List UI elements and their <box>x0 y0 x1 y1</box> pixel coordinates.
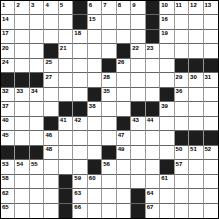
cell-r6c11[interactable] <box>146 73 160 87</box>
cell-r11c15[interactable]: 52 <box>204 146 218 160</box>
clue-number: 33 <box>16 88 23 94</box>
cell-r7c4[interactable] <box>44 88 58 102</box>
cell-r11c13[interactable]: 50 <box>175 146 189 160</box>
black-cell-r10c13 <box>175 131 189 145</box>
cell-r9c3[interactable] <box>30 117 44 131</box>
cell-r15c12[interactable] <box>160 204 174 218</box>
cell-r7c9[interactable] <box>117 88 131 102</box>
clue-number: 13 <box>205 2 212 8</box>
cell-r15c11[interactable]: 67 <box>146 204 160 218</box>
cell-r14c2[interactable] <box>15 189 29 203</box>
cell-r3c12[interactable]: 19 <box>160 30 174 44</box>
cell-r10c6[interactable] <box>73 131 87 145</box>
cell-r10c7[interactable] <box>88 131 102 145</box>
cell-r3c14[interactable] <box>189 30 203 44</box>
black-cell-r11c1 <box>1 146 15 160</box>
cell-r2c10[interactable] <box>131 15 145 29</box>
cell-r10c1[interactable]: 45 <box>1 131 15 145</box>
clue-number: 6 <box>89 2 92 8</box>
cell-r1c7[interactable]: 6 <box>88 1 102 15</box>
cell-r6c8[interactable]: 28 <box>102 73 116 87</box>
cell-r15c15[interactable] <box>204 204 218 218</box>
clue-number: 44 <box>147 117 154 123</box>
clue-number: 28 <box>103 74 110 80</box>
cell-r6c5[interactable] <box>59 73 73 87</box>
cell-r4c11[interactable]: 23 <box>146 44 160 58</box>
clue-number: 3 <box>31 2 34 8</box>
cell-r11c4[interactable]: 48 <box>44 146 58 160</box>
cell-r8c1[interactable]: 37 <box>1 102 15 116</box>
clue-number: 37 <box>2 103 9 109</box>
cell-r5c10[interactable] <box>131 59 145 73</box>
cell-r5c11[interactable] <box>146 59 160 73</box>
cell-r13c1[interactable]: 58 <box>1 175 15 189</box>
cell-r3c13[interactable] <box>175 30 189 44</box>
clue-number: 10 <box>161 2 168 8</box>
cell-r6c6[interactable] <box>73 73 87 87</box>
black-cell-r6c3 <box>30 73 44 87</box>
clue-number: 12 <box>190 2 197 8</box>
clue-number: 65 <box>2 204 9 210</box>
cell-r4c6[interactable] <box>73 44 87 58</box>
black-cell-r5c14 <box>189 59 203 73</box>
cell-r15c6[interactable]: 66 <box>73 204 87 218</box>
clue-number: 53 <box>2 161 9 167</box>
clue-number: 20 <box>2 45 9 51</box>
cell-r11c14[interactable]: 51 <box>189 146 203 160</box>
clue-number: 4 <box>45 2 48 8</box>
clue-number: 57 <box>176 161 183 167</box>
black-cell-r1c11 <box>146 1 160 15</box>
cell-r13c4[interactable] <box>44 175 58 189</box>
cell-r11c7[interactable] <box>88 146 102 160</box>
cell-r10c2[interactable] <box>15 131 29 145</box>
cell-r1c2[interactable]: 2 <box>15 1 29 15</box>
cell-r11c5[interactable] <box>59 146 73 160</box>
cell-r14c11[interactable]: 64 <box>146 189 160 203</box>
cell-r13c3[interactable] <box>30 175 44 189</box>
cell-r14c6[interactable]: 63 <box>73 189 87 203</box>
cell-r1c1[interactable]: 1 <box>1 1 15 15</box>
cell-r7c11[interactable] <box>146 88 160 102</box>
cell-r8c3[interactable] <box>30 102 44 116</box>
cell-r8c9[interactable] <box>117 102 131 116</box>
cell-r1c13[interactable]: 11 <box>175 1 189 15</box>
cell-r3c10[interactable] <box>131 30 145 44</box>
clue-number: 30 <box>190 74 197 80</box>
clue-number: 38 <box>89 103 96 109</box>
black-cell-r10c15 <box>204 131 218 145</box>
clue-number: 29 <box>176 74 183 80</box>
cell-r6c9[interactable] <box>117 73 131 87</box>
cell-r1c4[interactable]: 4 <box>44 1 58 15</box>
cell-r4c8[interactable] <box>102 44 116 58</box>
clue-number: 49 <box>118 146 125 152</box>
cell-r4c5[interactable]: 21 <box>59 44 73 58</box>
black-cell-r11c8 <box>102 146 116 160</box>
cell-r9c6[interactable]: 42 <box>73 117 87 131</box>
clue-number: 41 <box>60 117 67 123</box>
clue-number: 47 <box>118 132 125 138</box>
cell-r14c14[interactable] <box>189 189 203 203</box>
black-cell-r6c1 <box>1 73 15 87</box>
black-cell-r8c5 <box>59 102 73 116</box>
cell-r3c3[interactable] <box>30 30 44 44</box>
black-cell-r8c10 <box>131 102 145 116</box>
cell-r12c4[interactable] <box>44 160 58 174</box>
clue-number: 52 <box>205 146 212 152</box>
cell-r2c15[interactable] <box>204 15 218 29</box>
clue-number: 64 <box>147 190 154 196</box>
cell-r12c14[interactable] <box>189 160 203 174</box>
cell-r2c4[interactable] <box>44 15 58 29</box>
black-cell-r8c11 <box>146 102 160 116</box>
cell-r6c7[interactable] <box>88 73 102 87</box>
cell-r5c5[interactable] <box>59 59 73 73</box>
cell-r3c5[interactable] <box>59 30 73 44</box>
clue-number: 19 <box>161 30 168 36</box>
crossword-grid: 1234567891011121314151617181920212223242… <box>0 0 219 219</box>
cell-r14c8[interactable] <box>102 189 116 203</box>
cell-r2c1[interactable]: 14 <box>1 15 15 29</box>
cell-r3c2[interactable] <box>15 30 29 44</box>
cell-r5c4[interactable]: 25 <box>44 59 58 73</box>
black-cell-r5c8 <box>102 59 116 73</box>
black-cell-r12c7 <box>88 160 102 174</box>
black-cell-r6c2 <box>15 73 29 87</box>
black-cell-r13c5 <box>59 175 73 189</box>
black-cell-r5c15 <box>204 59 218 73</box>
clue-number: 50 <box>176 146 183 152</box>
cell-r7c14[interactable] <box>189 88 203 102</box>
cell-r2c7[interactable]: 15 <box>88 15 102 29</box>
clue-number: 21 <box>60 45 67 51</box>
cell-r3c6[interactable]: 18 <box>73 30 87 44</box>
cell-r2c14[interactable] <box>189 15 203 29</box>
cell-r6c10[interactable] <box>131 73 145 87</box>
cell-r11c12[interactable] <box>160 146 174 160</box>
cell-r8c4[interactable] <box>44 102 58 116</box>
cell-r8c13[interactable] <box>175 102 189 116</box>
black-cell-r3c11 <box>146 30 160 44</box>
black-cell-r14c5 <box>59 189 73 203</box>
cell-r4c15[interactable] <box>204 44 218 58</box>
cell-r10c12[interactable] <box>160 131 174 145</box>
cell-r10c3[interactable] <box>30 131 44 145</box>
black-cell-r4c9 <box>117 44 131 58</box>
cell-r5c7[interactable] <box>88 59 102 73</box>
cell-r14c13[interactable] <box>175 189 189 203</box>
cell-r10c5[interactable] <box>59 131 73 145</box>
cell-r1c14[interactable]: 12 <box>189 1 203 15</box>
cell-r2c3[interactable] <box>30 15 44 29</box>
cell-r10c9[interactable]: 47 <box>117 131 131 145</box>
cell-r13c15[interactable] <box>204 175 218 189</box>
black-cell-r2c6 <box>73 15 87 29</box>
black-cell-r9c9 <box>117 117 131 131</box>
cell-r1c5[interactable]: 5 <box>59 1 73 15</box>
cell-r9c1[interactable]: 40 <box>1 117 15 131</box>
cell-r3c8[interactable] <box>102 30 116 44</box>
cell-r7c5[interactable] <box>59 88 73 102</box>
clue-number: 67 <box>147 204 154 210</box>
cell-r5c2[interactable] <box>15 59 29 73</box>
cell-r9c12[interactable] <box>160 117 174 131</box>
cell-r14c15[interactable] <box>204 189 218 203</box>
cell-r15c4[interactable] <box>44 204 58 218</box>
cell-r12c3[interactable]: 55 <box>30 160 44 174</box>
black-cell-r15c5 <box>59 204 73 218</box>
cell-r9c15[interactable] <box>204 117 218 131</box>
clue-number: 35 <box>103 88 110 94</box>
cell-r1c9[interactable]: 8 <box>117 1 131 15</box>
cell-r13c8[interactable] <box>102 175 116 189</box>
cell-r2c2[interactable] <box>15 15 29 29</box>
cell-r4c2[interactable] <box>15 44 29 58</box>
cell-r1c8[interactable]: 7 <box>102 1 116 15</box>
cell-r1c3[interactable]: 3 <box>30 1 44 15</box>
cell-r11c6[interactable] <box>73 146 87 160</box>
black-cell-r2c11 <box>146 15 160 29</box>
black-cell-r8c6 <box>73 102 87 116</box>
cell-r12c10[interactable] <box>131 160 145 174</box>
cell-r15c9[interactable] <box>117 204 131 218</box>
cell-r7c10[interactable] <box>131 88 145 102</box>
cell-r8c2[interactable] <box>15 102 29 116</box>
cell-r4c12[interactable] <box>160 44 174 58</box>
cell-r13c14[interactable] <box>189 175 203 189</box>
black-cell-r7c12 <box>160 88 174 102</box>
clue-number: 60 <box>89 175 96 181</box>
cell-r2c13[interactable] <box>175 15 189 29</box>
clue-number: 31 <box>205 74 212 80</box>
cell-r9c2[interactable] <box>15 117 29 131</box>
clue-number: 9 <box>132 2 135 8</box>
cell-r5c6[interactable] <box>73 59 87 73</box>
cell-r7c6[interactable] <box>73 88 87 102</box>
cell-r10c10[interactable] <box>131 131 145 145</box>
black-cell-r5c13 <box>175 59 189 73</box>
black-cell-r11c3 <box>30 146 44 160</box>
cell-r13c6[interactable]: 59 <box>73 175 87 189</box>
black-cell-r7c7 <box>88 88 102 102</box>
cell-r9c10[interactable]: 43 <box>131 117 145 131</box>
clue-number: 1 <box>2 2 5 8</box>
black-cell-r4c4 <box>44 44 58 58</box>
cell-r11c11[interactable] <box>146 146 160 160</box>
cell-r2c8[interactable] <box>102 15 116 29</box>
cell-r5c1[interactable]: 24 <box>1 59 15 73</box>
clue-number: 66 <box>74 204 81 210</box>
cell-r11c9[interactable]: 49 <box>117 146 131 160</box>
cell-r4c7[interactable] <box>88 44 102 58</box>
cell-r11c10[interactable] <box>131 146 145 160</box>
clue-number: 42 <box>74 117 81 123</box>
cell-r13c9[interactable] <box>117 175 131 189</box>
clue-number: 7 <box>103 2 106 8</box>
cell-r10c11[interactable] <box>146 131 160 145</box>
clue-number: 40 <box>2 117 9 123</box>
cell-r4c1[interactable]: 20 <box>1 44 15 58</box>
cell-r3c4[interactable] <box>44 30 58 44</box>
clue-number: 16 <box>161 16 168 22</box>
black-cell-r10c14 <box>189 131 203 145</box>
cell-r13c10[interactable] <box>131 175 145 189</box>
clue-number: 55 <box>31 161 38 167</box>
cell-r13c12[interactable]: 61 <box>160 175 174 189</box>
cell-r6c13[interactable]: 29 <box>175 73 189 87</box>
clue-number: 59 <box>74 175 81 181</box>
cell-r7c3[interactable]: 34 <box>30 88 44 102</box>
cell-r8c12[interactable]: 39 <box>160 102 174 116</box>
cell-r8c15[interactable] <box>204 102 218 116</box>
cell-r7c13[interactable]: 36 <box>175 88 189 102</box>
clue-number: 48 <box>45 146 52 152</box>
cell-r14c1[interactable]: 62 <box>1 189 15 203</box>
black-cell-r14c10 <box>131 189 145 203</box>
cell-r12c9[interactable] <box>117 160 131 174</box>
clue-number: 26 <box>118 59 125 65</box>
clue-number: 61 <box>161 175 168 181</box>
cell-r3c7[interactable] <box>88 30 102 44</box>
cell-r1c10[interactable]: 9 <box>131 1 145 15</box>
cell-r12c8[interactable]: 56 <box>102 160 116 174</box>
clue-number: 17 <box>2 30 9 36</box>
clue-number: 23 <box>147 45 154 51</box>
clue-number: 27 <box>45 74 52 80</box>
cell-r9c8[interactable] <box>102 117 116 131</box>
cell-r4c14[interactable] <box>189 44 203 58</box>
clue-number: 56 <box>103 161 110 167</box>
cell-r9c14[interactable] <box>189 117 203 131</box>
cell-r15c2[interactable] <box>15 204 29 218</box>
cell-r13c2[interactable] <box>15 175 29 189</box>
cell-r8c8[interactable] <box>102 102 116 116</box>
cell-r8c14[interactable] <box>189 102 203 116</box>
cell-r13c13[interactable] <box>175 175 189 189</box>
cell-r15c13[interactable] <box>175 204 189 218</box>
cell-r7c1[interactable]: 32 <box>1 88 15 102</box>
clue-number: 11 <box>176 2 182 8</box>
cell-r12c13[interactable]: 57 <box>175 160 189 174</box>
cell-r2c9[interactable] <box>117 15 131 29</box>
cell-r12c6[interactable] <box>73 160 87 174</box>
cell-r5c3[interactable] <box>30 59 44 73</box>
cell-r14c7[interactable] <box>88 189 102 203</box>
cell-r4c13[interactable] <box>175 44 189 58</box>
cell-r13c7[interactable]: 60 <box>88 175 102 189</box>
black-cell-r15c10 <box>131 204 145 218</box>
cell-r12c5[interactable] <box>59 160 73 174</box>
clue-number: 43 <box>132 117 139 123</box>
clue-number: 36 <box>176 88 183 94</box>
clue-number: 51 <box>190 146 197 152</box>
cell-r5c9[interactable]: 26 <box>117 59 131 73</box>
cell-r1c12[interactable]: 10 <box>160 1 174 15</box>
clue-number: 62 <box>2 190 9 196</box>
clue-number: 25 <box>45 59 52 65</box>
cell-r14c3[interactable] <box>30 189 44 203</box>
clue-number: 63 <box>74 190 81 196</box>
clue-number: 15 <box>89 16 96 22</box>
cell-r7c2[interactable]: 33 <box>15 88 29 102</box>
clue-number: 45 <box>2 132 9 138</box>
clue-number: 5 <box>60 2 63 8</box>
cell-r15c3[interactable] <box>30 204 44 218</box>
cell-r6c4[interactable]: 27 <box>44 73 58 87</box>
cell-r1c15[interactable]: 13 <box>204 1 218 15</box>
clue-number: 22 <box>132 45 139 51</box>
cell-r8c7[interactable]: 38 <box>88 102 102 116</box>
cell-r6c15[interactable]: 31 <box>204 73 218 87</box>
cell-r14c12[interactable] <box>160 189 174 203</box>
cell-r12c15[interactable] <box>204 160 218 174</box>
black-cell-r12c12 <box>160 160 174 174</box>
cell-r2c12[interactable]: 16 <box>160 15 174 29</box>
cell-r4c3[interactable] <box>30 44 44 58</box>
cell-r9c13[interactable] <box>175 117 189 131</box>
cell-r9c5[interactable]: 41 <box>59 117 73 131</box>
cell-r15c7[interactable] <box>88 204 102 218</box>
cell-r9c7[interactable] <box>88 117 102 131</box>
cell-r15c14[interactable] <box>189 204 203 218</box>
cell-r6c14[interactable]: 30 <box>189 73 203 87</box>
black-cell-r11c2 <box>15 146 29 160</box>
cell-r12c1[interactable]: 53 <box>1 160 15 174</box>
black-cell-r1c6 <box>73 1 87 15</box>
cell-r14c9[interactable] <box>117 189 131 203</box>
cell-r3c1[interactable]: 17 <box>1 30 15 44</box>
clue-number: 54 <box>16 161 23 167</box>
clue-number: 18 <box>74 30 81 36</box>
clue-number: 8 <box>118 2 121 8</box>
cell-r3c9[interactable] <box>117 30 131 44</box>
clue-number: 2 <box>16 2 19 8</box>
cell-r12c2[interactable]: 54 <box>15 160 29 174</box>
cell-r13c11[interactable] <box>146 175 160 189</box>
clue-number: 58 <box>2 175 9 181</box>
cell-r3c15[interactable] <box>204 30 218 44</box>
cell-r2c5[interactable] <box>59 15 73 29</box>
clue-number: 46 <box>45 132 52 138</box>
clue-number: 32 <box>2 88 9 94</box>
cell-r15c1[interactable]: 65 <box>1 204 15 218</box>
clue-number: 14 <box>2 16 9 22</box>
clue-number: 34 <box>31 88 38 94</box>
cell-r9c11[interactable]: 44 <box>146 117 160 131</box>
cell-r7c15[interactable] <box>204 88 218 102</box>
cell-r6c12[interactable] <box>160 73 174 87</box>
clue-number: 24 <box>2 59 9 65</box>
cell-r15c8[interactable] <box>102 204 116 218</box>
cell-r4c10[interactable]: 22 <box>131 44 145 58</box>
black-cell-r9c4 <box>44 117 58 131</box>
cell-r10c4[interactable]: 46 <box>44 131 58 145</box>
cell-r14c4[interactable] <box>44 189 58 203</box>
cell-r7c8[interactable]: 35 <box>102 88 116 102</box>
cell-r12c11[interactable] <box>146 160 160 174</box>
cell-r5c12[interactable] <box>160 59 174 73</box>
clue-number: 39 <box>161 103 168 109</box>
cell-r10c8[interactable] <box>102 131 116 145</box>
